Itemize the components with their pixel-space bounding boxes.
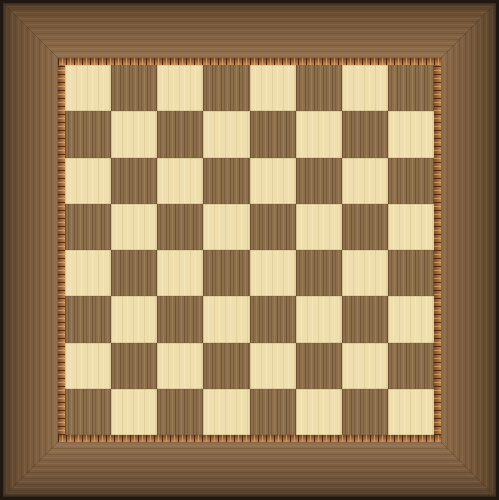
square-d5[interactable] [203,204,249,250]
square-d1[interactable] [203,389,249,435]
square-h5[interactable] [388,204,434,250]
square-h7[interactable] [388,111,434,157]
chessboard-photo [0,0,499,500]
inlay-border-bottom [58,435,441,442]
square-d6[interactable] [203,158,249,204]
square-h2[interactable] [388,343,434,389]
square-e2[interactable] [250,343,296,389]
board-frame-top [3,3,496,58]
inlay-border-top [58,58,441,65]
square-g1[interactable] [342,389,388,435]
square-f3[interactable] [296,296,342,342]
square-d4[interactable] [203,250,249,296]
square-e5[interactable] [250,204,296,250]
board-frame-bottom [3,442,496,497]
square-b6[interactable] [111,158,157,204]
square-e6[interactable] [250,158,296,204]
square-a4[interactable] [65,250,111,296]
square-c7[interactable] [157,111,203,157]
square-c6[interactable] [157,158,203,204]
square-f6[interactable] [296,158,342,204]
square-f5[interactable] [296,204,342,250]
square-c8[interactable] [157,65,203,111]
square-g6[interactable] [342,158,388,204]
square-c1[interactable] [157,389,203,435]
square-d8[interactable] [203,65,249,111]
square-f8[interactable] [296,65,342,111]
square-b8[interactable] [111,65,157,111]
board-frame-right [441,3,496,497]
square-c3[interactable] [157,296,203,342]
square-f4[interactable] [296,250,342,296]
inlay-border-right [434,65,441,435]
square-a7[interactable] [65,111,111,157]
square-g3[interactable] [342,296,388,342]
square-g5[interactable] [342,204,388,250]
square-h6[interactable] [388,158,434,204]
square-a3[interactable] [65,296,111,342]
square-f7[interactable] [296,111,342,157]
square-h8[interactable] [388,65,434,111]
square-a1[interactable] [65,389,111,435]
square-d2[interactable] [203,343,249,389]
square-e3[interactable] [250,296,296,342]
square-e7[interactable] [250,111,296,157]
square-b1[interactable] [111,389,157,435]
square-c5[interactable] [157,204,203,250]
square-b2[interactable] [111,343,157,389]
square-b3[interactable] [111,296,157,342]
square-f2[interactable] [296,343,342,389]
square-a6[interactable] [65,158,111,204]
square-c4[interactable] [157,250,203,296]
square-d7[interactable] [203,111,249,157]
square-g8[interactable] [342,65,388,111]
square-f1[interactable] [296,389,342,435]
square-e4[interactable] [250,250,296,296]
square-b7[interactable] [111,111,157,157]
square-a5[interactable] [65,204,111,250]
square-e1[interactable] [250,389,296,435]
square-h4[interactable] [388,250,434,296]
square-g7[interactable] [342,111,388,157]
square-g4[interactable] [342,250,388,296]
square-b5[interactable] [111,204,157,250]
board-frame-left [3,3,58,497]
square-g2[interactable] [342,343,388,389]
square-b4[interactable] [111,250,157,296]
square-e8[interactable] [250,65,296,111]
square-c2[interactable] [157,343,203,389]
square-d3[interactable] [203,296,249,342]
square-a8[interactable] [65,65,111,111]
square-a2[interactable] [65,343,111,389]
square-h3[interactable] [388,296,434,342]
inlay-border-left [58,65,65,435]
board-grid [65,65,434,435]
square-h1[interactable] [388,389,434,435]
